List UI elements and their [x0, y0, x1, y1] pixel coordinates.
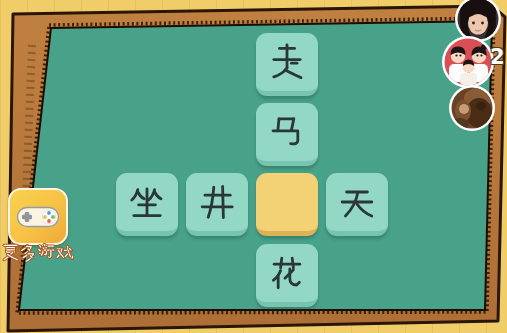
tile-zou	[256, 33, 318, 96]
more-games-label	[1, 243, 73, 263]
brown-photo-avatar[interactable]	[448, 84, 496, 132]
player-count-badge: 2	[490, 45, 505, 69]
label-char-geng	[1, 243, 20, 262]
tile-character-ma	[267, 112, 307, 152]
label-char-you	[37, 243, 56, 262]
chalkboard-frame	[0, 0, 507, 333]
tile-tian	[326, 173, 388, 236]
family-cartoon-avatar[interactable]	[440, 34, 496, 90]
gamepad-glyph	[15, 203, 61, 231]
tile-character-zou	[267, 42, 307, 82]
tile-zuo	[116, 173, 178, 236]
tile-hua	[256, 244, 318, 307]
tile-ma	[256, 103, 318, 166]
tile-character-tian	[337, 182, 377, 222]
game-screen: 2	[0, 0, 507, 333]
gamepad-icon	[8, 188, 68, 245]
label-char-duo	[19, 244, 38, 263]
tile-character-jing	[197, 182, 237, 222]
tile-character-hua	[267, 253, 307, 293]
label-char-xi	[55, 244, 74, 263]
tile-character-blank	[267, 182, 307, 222]
tile-answer-slot[interactable]	[256, 173, 318, 236]
tile-character-zuo	[127, 182, 167, 222]
tile-jing	[186, 173, 248, 236]
